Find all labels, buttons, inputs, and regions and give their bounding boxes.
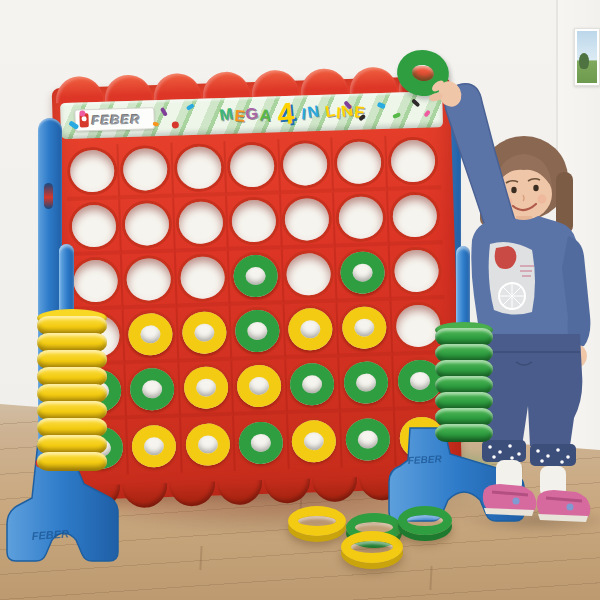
cell-r1c2 [119,143,174,200]
cell-r2c6 [334,191,389,248]
floor-disc-yellow [341,531,403,563]
green-disc [238,421,283,464]
scallop-bump [153,73,201,100]
banner-letter: G [245,105,260,123]
cell-r6c2 [127,417,182,474]
hole [183,365,228,408]
hole [285,197,330,240]
cell-r1c3 [172,141,227,198]
cell-r5c5 [286,357,341,414]
shoe-left [483,484,536,516]
yellow-disc [181,311,226,354]
hole [231,199,276,242]
scallop-bump [104,74,152,101]
confetti-shape [160,107,168,117]
yellow-disc-stack [37,318,107,471]
scene-giant-connect-four: FEBER MEGA 4 IN LINE FEBER FEBER [0,0,600,600]
stacked-disc [435,424,493,442]
cell-r3c3 [176,251,231,308]
scallop-bump [251,70,299,97]
scallop-bump [312,477,358,502]
yellow-disc [185,422,230,465]
cell-r3c4 [229,249,284,306]
hole [123,147,168,190]
banner-letter [296,112,301,113]
hole [292,419,337,462]
hole [185,422,230,465]
hole [336,141,381,184]
hole [288,307,333,350]
yellow-disc [288,307,333,350]
hole [338,196,383,239]
cell-r2c3 [174,196,229,253]
hole [341,305,386,348]
hole [180,256,225,299]
banner-letter: 4 [276,98,296,130]
hole [290,362,335,405]
floor-disc-yellow [288,506,346,536]
yellow-disc [128,312,173,355]
cell-r6c3 [181,416,236,473]
stacked-disc [37,452,107,471]
cell-r3c1 [69,254,124,311]
hole [124,202,169,245]
scallop-bump [169,481,215,506]
banner-title: MEGA 4 IN LINE [168,92,417,136]
cell-r4c6 [338,301,393,358]
cell-r6c5 [288,412,343,469]
cell-r1c6 [332,136,387,193]
cell-r1c4 [226,139,281,196]
scallop-bump [55,76,103,103]
polka-cuff-right [530,444,576,466]
hole [71,204,116,247]
hole [130,367,175,410]
cell-r2c4 [227,194,282,251]
cell-r2c2 [121,198,176,255]
floor-disc-green [398,506,452,535]
green-disc [340,251,385,294]
cell-r5c2 [126,362,181,419]
yellow-disc [292,419,337,462]
banner-letter: A [259,107,272,124]
feber-logo-text: FEBER [91,111,141,128]
scallop-bump [300,68,348,95]
cell-r5c4 [233,359,288,416]
feber-logo: FEBER [74,107,155,132]
green-disc [233,254,278,297]
yellow-disc [236,364,281,407]
cell-r3c2 [122,253,177,310]
hole [343,360,388,403]
cell-r2c1 [67,199,122,256]
cell-r1c1 [65,144,120,201]
scallop-bump [264,478,310,503]
hole [131,424,176,467]
scallop-bump [349,67,397,94]
eye-right [533,185,538,192]
cell-r6c4 [234,414,289,471]
hole [238,421,283,464]
embossed-feber-left: FEBER [31,527,69,542]
green-disc [235,309,280,352]
banner-letter: E [234,108,246,125]
scallop-bump [217,480,263,505]
green-disc-stack [435,330,493,442]
banner-letter: L [324,103,336,120]
cell-r1c5 [279,138,334,195]
shoe-right [537,490,590,522]
hole [229,144,274,187]
cell-r4c4 [231,304,286,361]
hole [128,312,173,355]
hole [235,309,280,352]
cell-r5c3 [179,361,234,418]
banner-letter [272,113,277,114]
yellow-disc [341,305,386,348]
cell-r4c5 [284,302,339,359]
banner-letter: N [306,103,320,121]
scallop-bump [202,71,250,98]
banner-letter: I [301,106,307,122]
polka-cuff-left [482,440,526,462]
cell-r3c5 [282,248,337,305]
cell-r4c2 [124,308,179,365]
hole [286,252,331,295]
green-disc [290,362,335,405]
hole [340,251,385,294]
banner-letter: M [219,106,235,124]
scallop-bump [122,483,168,508]
hole [178,201,223,244]
hole [73,259,118,302]
cell-r2c5 [281,193,336,250]
board-grid [65,134,449,476]
eye-left [511,187,516,194]
left-post-hole [44,183,53,209]
cell-r4c3 [177,306,232,363]
cell-r5c6 [339,356,394,413]
yellow-disc [183,365,228,408]
hole [181,311,226,354]
green-disc [343,360,388,403]
cell-r3c6 [336,246,391,303]
yellow-disc [131,424,176,467]
hole [176,146,221,189]
hole [69,149,114,192]
hole [236,364,281,407]
child [420,44,600,530]
cheek-right [538,195,547,204]
green-disc [130,367,175,410]
hole [233,254,278,297]
hole [283,142,328,185]
hole [126,257,171,300]
